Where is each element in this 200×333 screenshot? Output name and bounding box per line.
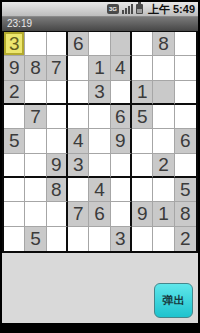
cell-r1c3[interactable] xyxy=(47,32,68,56)
cell-r5c4[interactable]: 4 xyxy=(68,129,89,153)
cell-r3c2[interactable] xyxy=(25,81,46,105)
cell-r9c5[interactable] xyxy=(89,227,110,251)
cell-r7c7[interactable] xyxy=(132,178,153,202)
status-bar: 3G 上午 5:49 xyxy=(2,2,198,17)
cell-r9c4[interactable] xyxy=(68,227,89,251)
status-bar-clock: 上午 5:49 xyxy=(148,4,195,15)
cell-r7c8[interactable] xyxy=(153,178,174,202)
cell-r3c9[interactable] xyxy=(175,81,196,105)
cell-r4c3[interactable] xyxy=(47,105,68,129)
cell-r5c8[interactable] xyxy=(153,129,174,153)
cell-r3c3[interactable] xyxy=(47,81,68,105)
cell-r6c2[interactable] xyxy=(25,154,46,178)
cell-r2c9[interactable] xyxy=(175,56,196,80)
sudoku-grid[interactable]: 36898714231765549693284576918532 xyxy=(2,31,198,253)
cell-r1c5[interactable] xyxy=(89,32,110,56)
cell-r6c7[interactable] xyxy=(132,154,153,178)
cell-r3c5[interactable]: 3 xyxy=(89,81,110,105)
cell-r4c6[interactable]: 6 xyxy=(111,105,132,129)
cell-r7c9[interactable]: 5 xyxy=(175,178,196,202)
cell-r5c9[interactable]: 6 xyxy=(175,129,196,153)
cell-r2c6[interactable]: 4 xyxy=(111,56,132,80)
cell-r4c2[interactable]: 7 xyxy=(25,105,46,129)
cell-r6c4[interactable]: 3 xyxy=(68,154,89,178)
cell-r7c6[interactable] xyxy=(111,178,132,202)
cell-r9c1[interactable] xyxy=(4,227,25,251)
cell-r1c9[interactable] xyxy=(175,32,196,56)
cell-r9c8[interactable] xyxy=(153,227,174,251)
cell-r8c6[interactable] xyxy=(111,202,132,226)
cell-r8c3[interactable] xyxy=(47,202,68,226)
cell-r3c7[interactable]: 1 xyxy=(132,81,153,105)
cell-r8c4[interactable]: 7 xyxy=(68,202,89,226)
cell-r4c5[interactable] xyxy=(89,105,110,129)
cell-r7c5[interactable]: 4 xyxy=(89,178,110,202)
cell-r2c7[interactable] xyxy=(132,56,153,80)
cell-r6c8[interactable]: 2 xyxy=(153,154,174,178)
cell-r7c1[interactable] xyxy=(4,178,25,202)
cell-r5c5[interactable] xyxy=(89,129,110,153)
cell-r6c5[interactable] xyxy=(89,154,110,178)
cell-r6c9[interactable] xyxy=(175,154,196,178)
cell-r8c8[interactable]: 1 xyxy=(153,202,174,226)
cell-r9c9[interactable]: 2 xyxy=(175,227,196,251)
cell-r1c6[interactable] xyxy=(111,32,132,56)
cell-r2c8[interactable] xyxy=(153,56,174,80)
cell-r9c3[interactable] xyxy=(47,227,68,251)
cell-r9c6[interactable]: 3 xyxy=(111,227,132,251)
cell-r1c4[interactable]: 6 xyxy=(68,32,89,56)
cell-r6c6[interactable] xyxy=(111,154,132,178)
cell-r5c7[interactable] xyxy=(132,129,153,153)
cell-r1c7[interactable] xyxy=(132,32,153,56)
battery-icon xyxy=(136,4,143,14)
signal-strength-icon xyxy=(122,4,133,14)
bottom-panel: 弹出 xyxy=(2,253,198,323)
cell-r2c3[interactable]: 7 xyxy=(47,56,68,80)
cell-r4c7[interactable]: 5 xyxy=(132,105,153,129)
cell-r7c4[interactable] xyxy=(68,178,89,202)
cell-r4c4[interactable] xyxy=(68,105,89,129)
cell-r8c5[interactable]: 6 xyxy=(89,202,110,226)
game-timer: 23:19 xyxy=(7,19,32,29)
cell-r3c4[interactable] xyxy=(68,81,89,105)
timer-bar: 23:19 xyxy=(2,17,198,31)
cell-r5c1[interactable]: 5 xyxy=(4,129,25,153)
cell-r6c3[interactable]: 9 xyxy=(47,154,68,178)
cell-r9c2[interactable]: 5 xyxy=(25,227,46,251)
cell-r2c2[interactable]: 8 xyxy=(25,56,46,80)
cell-r8c7[interactable]: 9 xyxy=(132,202,153,226)
cell-r4c9[interactable] xyxy=(175,105,196,129)
cell-r2c5[interactable]: 1 xyxy=(89,56,110,80)
cell-r4c1[interactable] xyxy=(4,105,25,129)
cell-r8c2[interactable] xyxy=(25,202,46,226)
popup-button[interactable]: 弹出 xyxy=(154,283,193,318)
cell-r5c3[interactable] xyxy=(47,129,68,153)
cell-r9c7[interactable] xyxy=(132,227,153,251)
cell-r8c9[interactable]: 8 xyxy=(175,202,196,226)
cell-r4c8[interactable] xyxy=(153,105,174,129)
cell-r3c8[interactable] xyxy=(153,81,174,105)
cell-r7c3[interactable]: 8 xyxy=(47,178,68,202)
cell-r3c1[interactable]: 2 xyxy=(4,81,25,105)
cell-r5c6[interactable]: 9 xyxy=(111,129,132,153)
bottom-strip xyxy=(2,323,198,331)
cell-r1c1[interactable]: 3 xyxy=(4,32,25,56)
cell-r2c4[interactable] xyxy=(68,56,89,80)
phone-screen: 3G 上午 5:49 23:19 36898714231765549693284… xyxy=(0,0,200,333)
cell-r3c6[interactable] xyxy=(111,81,132,105)
cell-r1c8[interactable]: 8 xyxy=(153,32,174,56)
cell-r2c1[interactable]: 9 xyxy=(4,56,25,80)
cell-r1c2[interactable] xyxy=(25,32,46,56)
cell-r8c1[interactable] xyxy=(4,202,25,226)
mobile-data-3g-icon: 3G xyxy=(107,4,119,14)
cell-r6c1[interactable] xyxy=(4,154,25,178)
cell-r7c2[interactable] xyxy=(25,178,46,202)
cell-r5c2[interactable] xyxy=(25,129,46,153)
